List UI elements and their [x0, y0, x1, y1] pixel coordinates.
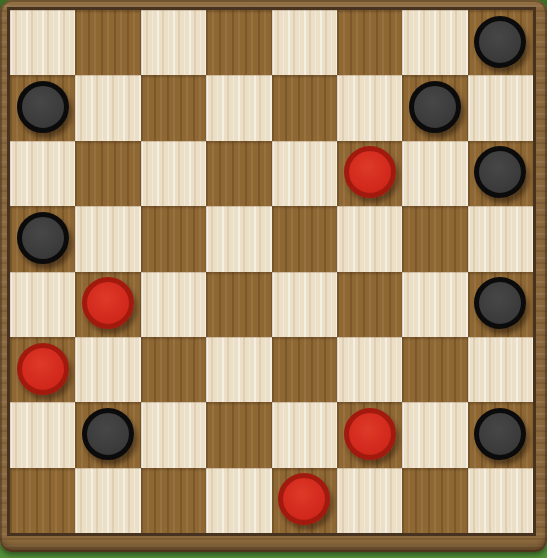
square-light-r2c6	[402, 141, 467, 206]
square-18[interactable]	[206, 272, 271, 337]
square-light-r1c7	[468, 75, 533, 140]
square-light-r1c5	[337, 75, 402, 140]
square-light-r7c7	[468, 468, 533, 533]
square-light-r0c6	[402, 10, 467, 75]
square-20[interactable]	[468, 272, 533, 337]
black-piece[interactable]	[474, 277, 526, 329]
board-frame	[0, 0, 547, 552]
square-12[interactable]	[468, 141, 533, 206]
square-26[interactable]	[206, 402, 271, 467]
red-piece[interactable]	[82, 277, 134, 329]
square-light-r4c6	[402, 272, 467, 337]
square-23[interactable]	[272, 337, 337, 402]
square-light-r0c0	[10, 10, 75, 75]
square-light-r3c5	[337, 206, 402, 271]
red-piece[interactable]	[17, 343, 69, 395]
square-light-r4c2	[141, 272, 206, 337]
square-6[interactable]	[141, 75, 206, 140]
square-light-r0c4	[272, 10, 337, 75]
square-4[interactable]	[468, 10, 533, 75]
red-piece[interactable]	[344, 408, 396, 460]
checkers-board	[7, 7, 536, 536]
square-light-r6c0	[10, 402, 75, 467]
square-3[interactable]	[337, 10, 402, 75]
square-24[interactable]	[402, 337, 467, 402]
square-light-r2c4	[272, 141, 337, 206]
square-13[interactable]	[10, 206, 75, 271]
black-piece[interactable]	[409, 81, 461, 133]
square-light-r7c1	[75, 468, 140, 533]
square-light-r3c7	[468, 206, 533, 271]
square-light-r4c0	[10, 272, 75, 337]
square-light-r0c2	[141, 10, 206, 75]
table-background	[0, 0, 547, 558]
black-piece[interactable]	[17, 81, 69, 133]
square-27[interactable]	[337, 402, 402, 467]
square-light-r5c7	[468, 337, 533, 402]
square-1[interactable]	[75, 10, 140, 75]
square-14[interactable]	[141, 206, 206, 271]
square-light-r2c2	[141, 141, 206, 206]
square-31[interactable]	[272, 468, 337, 533]
square-16[interactable]	[402, 206, 467, 271]
square-light-r5c1	[75, 337, 140, 402]
square-21[interactable]	[10, 337, 75, 402]
square-10[interactable]	[206, 141, 271, 206]
square-light-r3c3	[206, 206, 271, 271]
square-2[interactable]	[206, 10, 271, 75]
black-piece[interactable]	[17, 212, 69, 264]
square-11[interactable]	[337, 141, 402, 206]
square-15[interactable]	[272, 206, 337, 271]
square-light-r7c3	[206, 468, 271, 533]
square-light-r3c1	[75, 206, 140, 271]
black-piece[interactable]	[82, 408, 134, 460]
square-19[interactable]	[337, 272, 402, 337]
square-29[interactable]	[10, 468, 75, 533]
square-light-r1c1	[75, 75, 140, 140]
square-28[interactable]	[468, 402, 533, 467]
square-8[interactable]	[402, 75, 467, 140]
square-25[interactable]	[75, 402, 140, 467]
square-32[interactable]	[402, 468, 467, 533]
square-light-r6c6	[402, 402, 467, 467]
square-light-r6c4	[272, 402, 337, 467]
square-7[interactable]	[272, 75, 337, 140]
square-22[interactable]	[141, 337, 206, 402]
square-light-r5c5	[337, 337, 402, 402]
square-light-r1c3	[206, 75, 271, 140]
square-light-r5c3	[206, 337, 271, 402]
black-piece[interactable]	[474, 146, 526, 198]
square-light-r6c2	[141, 402, 206, 467]
square-5[interactable]	[10, 75, 75, 140]
square-light-r2c0	[10, 141, 75, 206]
red-piece[interactable]	[278, 473, 330, 525]
black-piece[interactable]	[474, 16, 526, 68]
black-piece[interactable]	[474, 408, 526, 460]
square-9[interactable]	[75, 141, 140, 206]
square-30[interactable]	[141, 468, 206, 533]
square-light-r4c4	[272, 272, 337, 337]
square-light-r7c5	[337, 468, 402, 533]
square-17[interactable]	[75, 272, 140, 337]
red-piece[interactable]	[344, 146, 396, 198]
